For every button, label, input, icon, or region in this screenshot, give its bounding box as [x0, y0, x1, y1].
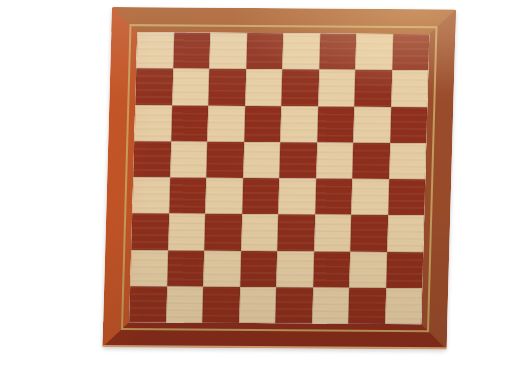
- board-square-c3[interactable]: [204, 214, 242, 250]
- board-square-h1[interactable]: [385, 288, 423, 324]
- board-square-e6[interactable]: [280, 106, 318, 142]
- board-square-f5[interactable]: [316, 142, 354, 178]
- board-square-c4[interactable]: [205, 178, 243, 214]
- board-square-g7[interactable]: [354, 70, 392, 106]
- board-square-g4[interactable]: [351, 179, 389, 215]
- board-square-f6[interactable]: [317, 106, 355, 142]
- board-square-a5[interactable]: [133, 141, 171, 177]
- board-square-b2[interactable]: [167, 250, 205, 286]
- board-square-c2[interactable]: [203, 250, 241, 286]
- board-square-b3[interactable]: [168, 214, 206, 250]
- board-square-a2[interactable]: [130, 250, 168, 286]
- board-field: [129, 32, 429, 324]
- frame-bottom-edge-highlight: [103, 345, 447, 349]
- board-square-d6[interactable]: [244, 105, 282, 141]
- board-square-d1[interactable]: [239, 287, 277, 323]
- board-square-d3[interactable]: [241, 214, 279, 250]
- board-square-b8[interactable]: [173, 32, 211, 68]
- board-square-f3[interactable]: [314, 215, 352, 251]
- board-square-a6[interactable]: [134, 105, 172, 141]
- board-square-d4[interactable]: [242, 178, 280, 214]
- board-square-f2[interactable]: [313, 251, 351, 287]
- board-square-g3[interactable]: [350, 215, 388, 251]
- board-square-h6[interactable]: [390, 106, 428, 142]
- board-square-g8[interactable]: [355, 34, 393, 70]
- board-square-h8[interactable]: [392, 34, 430, 70]
- board-square-d2[interactable]: [240, 250, 278, 286]
- chess-board: [103, 7, 456, 349]
- board-square-c5[interactable]: [206, 141, 244, 177]
- board-square-a3[interactable]: [131, 213, 169, 249]
- board-square-b6[interactable]: [171, 105, 209, 141]
- board-square-e1[interactable]: [275, 287, 313, 323]
- board-square-c7[interactable]: [208, 69, 246, 105]
- board-square-e8[interactable]: [282, 33, 320, 69]
- board-square-a7[interactable]: [135, 68, 173, 104]
- board-square-c6[interactable]: [207, 105, 245, 141]
- board-square-f1[interactable]: [312, 287, 350, 323]
- board-square-h3[interactable]: [387, 215, 425, 251]
- board-square-g1[interactable]: [348, 287, 386, 323]
- board-square-f8[interactable]: [319, 33, 357, 69]
- board-square-h7[interactable]: [391, 70, 429, 106]
- board-square-g2[interactable]: [349, 251, 387, 287]
- board-square-d8[interactable]: [246, 33, 284, 69]
- photo-background: [0, 0, 512, 384]
- board-square-c8[interactable]: [209, 33, 247, 69]
- board-square-f4[interactable]: [315, 178, 353, 214]
- board-square-d5[interactable]: [243, 142, 281, 178]
- board-square-f7[interactable]: [318, 70, 356, 106]
- board-square-a1[interactable]: [129, 286, 167, 322]
- board-square-a4[interactable]: [132, 177, 170, 213]
- board-square-e7[interactable]: [281, 69, 319, 105]
- board-square-b4[interactable]: [169, 177, 207, 213]
- board-square-h2[interactable]: [386, 251, 424, 287]
- board-square-e5[interactable]: [279, 142, 317, 178]
- board-square-g6[interactable]: [353, 106, 391, 142]
- board-square-b7[interactable]: [172, 69, 210, 105]
- board-square-d7[interactable]: [245, 69, 283, 105]
- board-square-c1[interactable]: [202, 286, 240, 322]
- board-square-g5[interactable]: [352, 142, 390, 178]
- board-square-e4[interactable]: [278, 178, 316, 214]
- board-square-b5[interactable]: [170, 141, 208, 177]
- board-square-h4[interactable]: [388, 179, 426, 215]
- board-square-e3[interactable]: [277, 214, 315, 250]
- board-square-h5[interactable]: [389, 143, 427, 179]
- board-square-e2[interactable]: [276, 251, 314, 287]
- board-square-b1[interactable]: [166, 286, 204, 322]
- board-square-a8[interactable]: [136, 32, 174, 68]
